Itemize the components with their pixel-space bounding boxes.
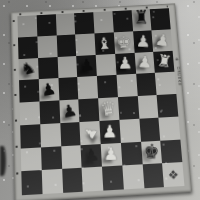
square-d7[interactable]	[75, 33, 95, 55]
square-h5[interactable]	[155, 72, 176, 95]
square-g6[interactable]: ♟	[134, 51, 155, 74]
square-d2[interactable]: ♟	[81, 144, 102, 168]
square-d1[interactable]	[82, 167, 103, 192]
square-h6[interactable]: ♜	[153, 50, 174, 73]
square-c1[interactable]	[62, 168, 83, 193]
square-g7[interactable]: ♟	[133, 30, 154, 52]
square-g4[interactable]	[137, 95, 158, 119]
square-d5[interactable]	[77, 76, 98, 99]
photo-edge-smudge	[0, 146, 6, 176]
piece-black-pawn-c4[interactable]: ♟	[60, 101, 78, 121]
square-e4[interactable]: ♛	[98, 97, 119, 121]
square-h8[interactable]	[150, 8, 171, 30]
square-e7[interactable]: ♝	[94, 32, 114, 54]
square-e1[interactable]	[102, 166, 124, 191]
square-e3[interactable]: ♟	[99, 120, 120, 144]
square-b5[interactable]: ♟	[39, 78, 59, 101]
square-d4[interactable]	[79, 98, 100, 122]
square-b6[interactable]	[38, 57, 58, 80]
square-b2[interactable]	[41, 146, 62, 170]
piece-white-pawn-g7[interactable]: ♟	[135, 33, 150, 50]
square-f6[interactable]: ♟	[115, 52, 136, 75]
piece-black-knight-a6[interactable]: ♞	[19, 59, 38, 79]
square-c7[interactable]	[56, 34, 76, 56]
board-maker-logo-icon: ❖	[167, 168, 179, 181]
square-b8[interactable]	[36, 14, 56, 36]
square-e5[interactable]	[97, 75, 118, 98]
square-a2[interactable]	[21, 147, 42, 171]
square-e6[interactable]	[96, 53, 117, 76]
brand-symbol-icon: ✳	[173, 57, 180, 62]
square-b4[interactable]	[39, 100, 60, 124]
square-a6[interactable]: ♞	[18, 58, 38, 81]
piece-white-pawn-e2[interactable]: ♟	[103, 146, 119, 164]
square-e8[interactable]	[93, 11, 113, 33]
piece-black-king-g2[interactable]: ♚	[143, 142, 160, 163]
piece-black-pawn-b5[interactable]: ♟	[40, 80, 58, 99]
square-c4[interactable]: ♟	[59, 99, 80, 123]
square-f2[interactable]	[121, 141, 143, 165]
square-h1[interactable]: ❖	[162, 162, 184, 187]
piece-white-rook-h6[interactable]: ♜	[155, 52, 172, 70]
square-g1[interactable]	[142, 163, 164, 188]
square-f5[interactable]	[116, 74, 137, 97]
square-c8[interactable]	[55, 13, 75, 35]
square-f1[interactable]	[122, 165, 144, 190]
square-b1[interactable]	[42, 169, 63, 194]
square-a7[interactable]	[18, 36, 38, 58]
square-a4[interactable]	[20, 101, 40, 125]
chessboard-photo: ♜♝♚♟♟♞♟♟♟♜♟♟♛♟♟♟♟♚❖ ✳ DRUEKE	[0, 0, 200, 200]
square-b3[interactable]	[40, 123, 61, 147]
square-h4[interactable]	[157, 94, 179, 117]
board-grid: ♜♝♚♟♟♞♟♟♟♜♟♟♛♟♟♟♟♚❖	[17, 8, 184, 195]
piece-white-queen-e4[interactable]: ♛	[100, 98, 118, 119]
square-c3[interactable]	[60, 122, 81, 146]
square-a3[interactable]	[20, 124, 41, 148]
square-a8[interactable]	[17, 15, 37, 37]
brand-text: DRUEKE	[174, 67, 183, 87]
square-f8[interactable]	[112, 10, 132, 32]
square-g2[interactable]: ♚	[141, 140, 163, 164]
square-d6[interactable]: ♟	[76, 54, 96, 77]
piece-white-bishop-e7[interactable]: ♝	[96, 35, 113, 52]
piece-black-rook-g8[interactable]: ♜	[134, 8, 149, 27]
square-a5[interactable]	[19, 79, 39, 102]
square-d8[interactable]	[74, 12, 94, 34]
square-a1[interactable]	[21, 170, 42, 195]
piece-white-pawn-g6[interactable]: ♟	[137, 54, 153, 71]
square-f3[interactable]	[119, 119, 140, 143]
piece-black-pawn-d6[interactable]: ♟	[78, 57, 95, 75]
piece-white-pawn-h7[interactable]: ♟	[154, 31, 171, 49]
piece-black-pawn-d2[interactable]: ♟	[82, 146, 100, 166]
square-c2[interactable]	[61, 145, 82, 169]
piece-white-king-f7[interactable]: ♚	[116, 34, 132, 51]
piece-white-pawn-d3[interactable]: ♟	[81, 124, 100, 142]
piece-white-pawn-e3[interactable]: ♟	[102, 123, 117, 140]
square-g5[interactable]	[136, 73, 157, 96]
piece-white-pawn-f6[interactable]: ♟	[118, 55, 133, 72]
square-f4[interactable]	[118, 96, 139, 120]
square-b7[interactable]	[37, 35, 57, 57]
square-g8[interactable]: ♜	[131, 9, 152, 31]
square-h2[interactable]	[160, 139, 182, 163]
square-f7[interactable]: ♚	[114, 31, 135, 53]
square-h3[interactable]	[159, 116, 181, 140]
square-c5[interactable]	[58, 77, 79, 100]
square-h7[interactable]: ♟	[152, 29, 173, 51]
square-e2[interactable]: ♟	[101, 142, 122, 166]
square-c6[interactable]	[57, 56, 77, 79]
chess-board: ♜♝♚♟♟♞♟♟♟♜♟♟♛♟♟♟♟♚❖ ✳ DRUEKE	[11, 3, 193, 200]
square-d3[interactable]: ♟	[80, 121, 101, 145]
square-g3[interactable]	[139, 117, 161, 141]
